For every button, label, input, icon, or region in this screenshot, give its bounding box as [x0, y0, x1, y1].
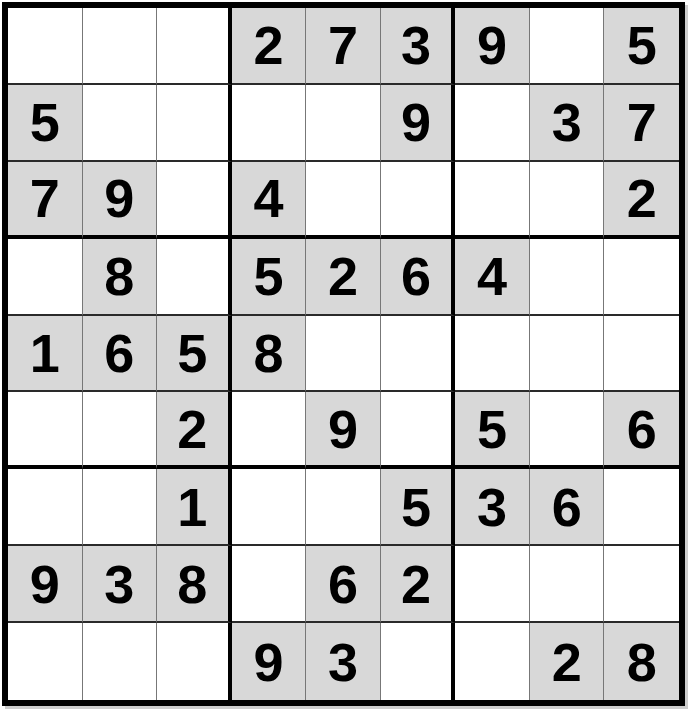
- sudoku-cell-r9c7[interactable]: [455, 623, 530, 700]
- sudoku-cell-r3c3[interactable]: [157, 162, 232, 239]
- sudoku-cell-r3c6[interactable]: [381, 162, 456, 239]
- sudoku-cell-r6c2[interactable]: [83, 392, 158, 469]
- sudoku-cell-r1c8[interactable]: [530, 8, 605, 85]
- sudoku-cell-r9c4: 9: [232, 623, 307, 700]
- sudoku-cell-r8c2: 3: [83, 546, 158, 623]
- sudoku-cell-r6c8[interactable]: [530, 392, 605, 469]
- sudoku-cell-r6c1[interactable]: [8, 392, 83, 469]
- sudoku-cell-r1c5: 7: [306, 8, 381, 85]
- sudoku-cell-r2c1: 5: [8, 85, 83, 162]
- sudoku-board: 273955937794285264165829561536938629328: [2, 2, 685, 706]
- sudoku-cell-r2c6: 9: [381, 85, 456, 162]
- sudoku-cell-r4c2: 8: [83, 239, 158, 316]
- sudoku-cell-r7c4[interactable]: [232, 469, 307, 546]
- sudoku-cell-r3c5[interactable]: [306, 162, 381, 239]
- sudoku-cell-r4c4: 5: [232, 239, 307, 316]
- sudoku-cell-r7c2[interactable]: [83, 469, 158, 546]
- sudoku-cell-r5c7[interactable]: [455, 316, 530, 393]
- sudoku-cell-r2c5[interactable]: [306, 85, 381, 162]
- sudoku-cell-r2c4[interactable]: [232, 85, 307, 162]
- sudoku-cell-r1c7: 9: [455, 8, 530, 85]
- sudoku-cell-r8c8[interactable]: [530, 546, 605, 623]
- sudoku-cell-r5c4: 8: [232, 316, 307, 393]
- sudoku-cell-r6c6[interactable]: [381, 392, 456, 469]
- sudoku-cell-r2c7[interactable]: [455, 85, 530, 162]
- sudoku-cell-r8c3: 8: [157, 546, 232, 623]
- sudoku-cell-r1c9: 5: [604, 8, 679, 85]
- sudoku-cell-r3c4: 4: [232, 162, 307, 239]
- sudoku-cell-r5c2: 6: [83, 316, 158, 393]
- sudoku-cell-r3c8[interactable]: [530, 162, 605, 239]
- sudoku-cell-r2c2[interactable]: [83, 85, 158, 162]
- sudoku-cell-r6c4[interactable]: [232, 392, 307, 469]
- sudoku-cell-r1c3[interactable]: [157, 8, 232, 85]
- sudoku-cell-r6c9: 6: [604, 392, 679, 469]
- sudoku-cell-r8c9[interactable]: [604, 546, 679, 623]
- sudoku-cell-r5c3: 5: [157, 316, 232, 393]
- sudoku-cell-r6c3: 2: [157, 392, 232, 469]
- sudoku-cell-r7c5[interactable]: [306, 469, 381, 546]
- sudoku-cell-r8c1: 9: [8, 546, 83, 623]
- sudoku-cell-r4c7: 4: [455, 239, 530, 316]
- sudoku-cell-r4c9[interactable]: [604, 239, 679, 316]
- sudoku-cell-r1c6: 3: [381, 8, 456, 85]
- sudoku-cell-r5c8[interactable]: [530, 316, 605, 393]
- sudoku-cell-r7c1[interactable]: [8, 469, 83, 546]
- sudoku-cell-r3c9: 2: [604, 162, 679, 239]
- sudoku-cell-r8c4[interactable]: [232, 546, 307, 623]
- sudoku-cell-r3c1: 7: [8, 162, 83, 239]
- sudoku-cell-r8c7[interactable]: [455, 546, 530, 623]
- sudoku-cell-r2c3[interactable]: [157, 85, 232, 162]
- sudoku-cell-r7c8: 6: [530, 469, 605, 546]
- sudoku-cell-r4c5: 2: [306, 239, 381, 316]
- sudoku-cell-r4c8[interactable]: [530, 239, 605, 316]
- sudoku-cell-r5c5[interactable]: [306, 316, 381, 393]
- sudoku-cell-r1c4: 2: [232, 8, 307, 85]
- sudoku-cell-r6c7: 5: [455, 392, 530, 469]
- sudoku-cell-r6c5: 9: [306, 392, 381, 469]
- sudoku-screen: 273955937794285264165829561536938629328: [0, 0, 688, 709]
- sudoku-cell-r2c8: 3: [530, 85, 605, 162]
- sudoku-cell-r9c3[interactable]: [157, 623, 232, 700]
- sudoku-cell-r5c9[interactable]: [604, 316, 679, 393]
- sudoku-cell-r9c6[interactable]: [381, 623, 456, 700]
- sudoku-cell-r3c7[interactable]: [455, 162, 530, 239]
- sudoku-cell-r4c1[interactable]: [8, 239, 83, 316]
- sudoku-cell-r7c6: 5: [381, 469, 456, 546]
- sudoku-cell-r9c9: 8: [604, 623, 679, 700]
- sudoku-cell-r1c2[interactable]: [83, 8, 158, 85]
- sudoku-cell-r2c9: 7: [604, 85, 679, 162]
- sudoku-cell-r1c1[interactable]: [8, 8, 83, 85]
- sudoku-cell-r7c9[interactable]: [604, 469, 679, 546]
- sudoku-cell-r9c5: 3: [306, 623, 381, 700]
- sudoku-cell-r7c7: 3: [455, 469, 530, 546]
- sudoku-cell-r8c5: 6: [306, 546, 381, 623]
- sudoku-grid: 273955937794285264165829561536938629328: [8, 8, 679, 700]
- sudoku-cell-r8c6: 2: [381, 546, 456, 623]
- sudoku-cell-r3c2: 9: [83, 162, 158, 239]
- sudoku-cell-r5c1: 1: [8, 316, 83, 393]
- sudoku-cell-r9c2[interactable]: [83, 623, 158, 700]
- sudoku-cell-r4c6: 6: [381, 239, 456, 316]
- sudoku-cell-r9c8: 2: [530, 623, 605, 700]
- sudoku-cell-r7c3: 1: [157, 469, 232, 546]
- sudoku-cell-r4c3[interactable]: [157, 239, 232, 316]
- sudoku-cell-r5c6[interactable]: [381, 316, 456, 393]
- sudoku-cell-r9c1[interactable]: [8, 623, 83, 700]
